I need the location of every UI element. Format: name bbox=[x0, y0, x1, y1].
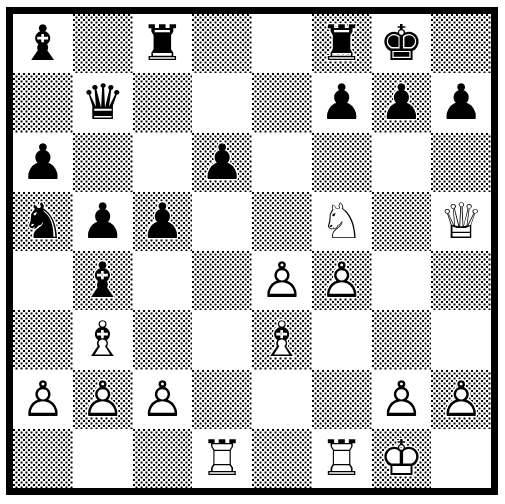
square-d1[interactable]: ♜♖ bbox=[192, 429, 252, 488]
square-h4[interactable] bbox=[431, 251, 491, 310]
piece-black-bishop-a8[interactable]: ♝ bbox=[13, 14, 73, 73]
piece-fill-layer: ♜ bbox=[312, 14, 372, 73]
square-h2[interactable]: ♟♙ bbox=[431, 370, 491, 429]
square-g6[interactable] bbox=[372, 133, 432, 192]
square-h1[interactable] bbox=[431, 429, 491, 488]
piece-black-pawn-c5[interactable]: ♟ bbox=[133, 192, 193, 251]
square-f8[interactable]: ♜ bbox=[312, 14, 372, 73]
square-f1[interactable]: ♜♖ bbox=[312, 429, 372, 488]
piece-fill-layer: ♟ bbox=[312, 73, 372, 132]
square-c3[interactable] bbox=[133, 310, 193, 369]
piece-outline-layer: ♙ bbox=[73, 370, 133, 429]
square-a8[interactable]: ♝ bbox=[13, 14, 73, 73]
square-d7[interactable] bbox=[192, 73, 252, 132]
square-c6[interactable] bbox=[133, 133, 193, 192]
piece-outline-layer: ♙ bbox=[133, 370, 193, 429]
square-a7[interactable] bbox=[13, 73, 73, 132]
square-g5[interactable] bbox=[372, 192, 432, 251]
square-h7[interactable]: ♟ bbox=[431, 73, 491, 132]
square-f7[interactable]: ♟ bbox=[312, 73, 372, 132]
piece-white-rook-f1[interactable]: ♜♖ bbox=[312, 429, 372, 488]
square-d2[interactable] bbox=[192, 370, 252, 429]
square-a6[interactable]: ♟ bbox=[13, 133, 73, 192]
square-c2[interactable]: ♟♙ bbox=[133, 370, 193, 429]
square-g2[interactable]: ♟♙ bbox=[372, 370, 432, 429]
piece-white-bishop-b3[interactable]: ♝♗ bbox=[73, 310, 133, 369]
square-a5[interactable]: ♞ bbox=[13, 192, 73, 251]
piece-white-pawn-f4[interactable]: ♟♙ bbox=[312, 251, 372, 310]
piece-white-pawn-e4[interactable]: ♟♙ bbox=[252, 251, 312, 310]
square-b6[interactable] bbox=[73, 133, 133, 192]
piece-white-pawn-g2[interactable]: ♟♙ bbox=[372, 370, 432, 429]
square-g8[interactable]: ♚ bbox=[372, 14, 432, 73]
piece-fill-layer: ♟ bbox=[133, 192, 193, 251]
square-f3[interactable] bbox=[312, 310, 372, 369]
square-e3[interactable]: ♝♗ bbox=[252, 310, 312, 369]
piece-black-pawn-h7[interactable]: ♟ bbox=[431, 73, 491, 132]
square-g1[interactable]: ♚♔ bbox=[372, 429, 432, 488]
square-g7[interactable]: ♟ bbox=[372, 73, 432, 132]
piece-outline-layer: ♘ bbox=[312, 192, 372, 251]
chess-diagram-page: ♝♜♜♚♛♟♟♟♟♟♞♟♟♞♘♛♕♝♟♙♟♙♝♗♝♗♟♙♟♙♟♙♟♙♟♙♜♖♜♖… bbox=[0, 0, 505, 504]
piece-white-bishop-e3[interactable]: ♝♗ bbox=[252, 310, 312, 369]
piece-white-knight-f5[interactable]: ♞♘ bbox=[312, 192, 372, 251]
piece-black-rook-c8[interactable]: ♜ bbox=[133, 14, 193, 73]
piece-fill-layer: ♝ bbox=[73, 251, 133, 310]
piece-outline-layer: ♙ bbox=[13, 370, 73, 429]
piece-black-king-g8[interactable]: ♚ bbox=[372, 14, 432, 73]
piece-outline-layer: ♙ bbox=[312, 251, 372, 310]
square-b2[interactable]: ♟♙ bbox=[73, 370, 133, 429]
square-c7[interactable] bbox=[133, 73, 193, 132]
piece-black-queen-b7[interactable]: ♛ bbox=[73, 73, 133, 132]
square-e8[interactable] bbox=[252, 14, 312, 73]
square-c1[interactable] bbox=[133, 429, 193, 488]
piece-fill-layer: ♝ bbox=[13, 14, 73, 73]
piece-fill-layer: ♟ bbox=[431, 73, 491, 132]
piece-black-rook-f8[interactable]: ♜ bbox=[312, 14, 372, 73]
piece-black-pawn-a6[interactable]: ♟ bbox=[13, 133, 73, 192]
piece-fill-layer: ♚ bbox=[372, 14, 432, 73]
piece-black-knight-a5[interactable]: ♞ bbox=[13, 192, 73, 251]
square-h6[interactable] bbox=[431, 133, 491, 192]
piece-fill-layer: ♞ bbox=[13, 192, 73, 251]
square-f4[interactable]: ♟♙ bbox=[312, 251, 372, 310]
piece-white-rook-d1[interactable]: ♜♖ bbox=[192, 429, 252, 488]
square-f2[interactable] bbox=[312, 370, 372, 429]
square-b5[interactable]: ♟ bbox=[73, 192, 133, 251]
square-d6[interactable]: ♟ bbox=[192, 133, 252, 192]
square-g4[interactable] bbox=[372, 251, 432, 310]
piece-black-pawn-f7[interactable]: ♟ bbox=[312, 73, 372, 132]
square-d3[interactable] bbox=[192, 310, 252, 369]
piece-white-pawn-h2[interactable]: ♟♙ bbox=[431, 370, 491, 429]
square-d4[interactable] bbox=[192, 251, 252, 310]
piece-outline-layer: ♖ bbox=[192, 429, 252, 488]
square-e7[interactable] bbox=[252, 73, 312, 132]
square-b1[interactable] bbox=[73, 429, 133, 488]
square-b7[interactable]: ♛ bbox=[73, 73, 133, 132]
chess-board: ♝♜♜♚♛♟♟♟♟♟♞♟♟♞♘♛♕♝♟♙♟♙♝♗♝♗♟♙♟♙♟♙♟♙♟♙♜♖♜♖… bbox=[13, 14, 491, 488]
square-c8[interactable]: ♜ bbox=[133, 14, 193, 73]
square-h3[interactable] bbox=[431, 310, 491, 369]
piece-fill-layer: ♛ bbox=[73, 73, 133, 132]
square-h8[interactable] bbox=[431, 14, 491, 73]
square-a1[interactable] bbox=[13, 429, 73, 488]
piece-outline-layer: ♙ bbox=[372, 370, 432, 429]
piece-fill-layer: ♟ bbox=[13, 133, 73, 192]
square-e2[interactable] bbox=[252, 370, 312, 429]
piece-outline-layer: ♔ bbox=[372, 429, 432, 488]
square-b8[interactable] bbox=[73, 14, 133, 73]
square-c5[interactable]: ♟ bbox=[133, 192, 193, 251]
piece-outline-layer: ♕ bbox=[431, 192, 491, 251]
piece-outline-layer: ♙ bbox=[252, 251, 312, 310]
piece-outline-layer: ♖ bbox=[312, 429, 372, 488]
piece-black-bishop-b4[interactable]: ♝ bbox=[73, 251, 133, 310]
square-e6[interactable] bbox=[252, 133, 312, 192]
square-c4[interactable] bbox=[133, 251, 193, 310]
square-h5[interactable]: ♛♕ bbox=[431, 192, 491, 251]
piece-white-king-g1[interactable]: ♚♔ bbox=[372, 429, 432, 488]
square-f5[interactable]: ♞♘ bbox=[312, 192, 372, 251]
square-e4[interactable]: ♟♙ bbox=[252, 251, 312, 310]
square-a2[interactable]: ♟♙ bbox=[13, 370, 73, 429]
piece-black-pawn-g7[interactable]: ♟ bbox=[372, 73, 432, 132]
piece-white-queen-h5[interactable]: ♛♕ bbox=[431, 192, 491, 251]
square-a4[interactable] bbox=[13, 251, 73, 310]
piece-white-pawn-a2[interactable]: ♟♙ bbox=[13, 370, 73, 429]
piece-outline-layer: ♗ bbox=[252, 310, 312, 369]
piece-white-pawn-b2[interactable]: ♟♙ bbox=[73, 370, 133, 429]
piece-white-pawn-c2[interactable]: ♟♙ bbox=[133, 370, 193, 429]
piece-outline-layer: ♙ bbox=[431, 370, 491, 429]
piece-black-pawn-b5[interactable]: ♟ bbox=[73, 192, 133, 251]
piece-fill-layer: ♟ bbox=[73, 192, 133, 251]
piece-fill-layer: ♜ bbox=[133, 14, 193, 73]
square-g3[interactable] bbox=[372, 310, 432, 369]
square-f6[interactable] bbox=[312, 133, 372, 192]
board-frame: ♝♜♜♚♛♟♟♟♟♟♞♟♟♞♘♛♕♝♟♙♟♙♝♗♝♗♟♙♟♙♟♙♟♙♟♙♜♖♜♖… bbox=[6, 7, 498, 495]
square-d5[interactable] bbox=[192, 192, 252, 251]
piece-outline-layer: ♗ bbox=[73, 310, 133, 369]
square-a3[interactable] bbox=[13, 310, 73, 369]
square-e5[interactable] bbox=[252, 192, 312, 251]
square-e1[interactable] bbox=[252, 429, 312, 488]
piece-black-pawn-d6[interactable]: ♟ bbox=[192, 133, 252, 192]
piece-fill-layer: ♟ bbox=[372, 73, 432, 132]
square-b3[interactable]: ♝♗ bbox=[73, 310, 133, 369]
piece-fill-layer: ♟ bbox=[192, 133, 252, 192]
square-d8[interactable] bbox=[192, 14, 252, 73]
square-b4[interactable]: ♝ bbox=[73, 251, 133, 310]
